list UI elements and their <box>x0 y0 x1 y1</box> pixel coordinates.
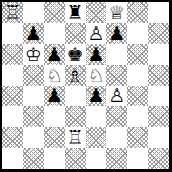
square-f4[interactable]: ♙ <box>106 86 127 107</box>
square-b4[interactable] <box>23 86 44 107</box>
black-rook-d8[interactable]: ♜ <box>65 2 86 23</box>
square-a4[interactable] <box>2 86 23 107</box>
square-g1[interactable] <box>127 148 148 169</box>
square-e3[interactable] <box>86 106 107 127</box>
square-g8[interactable] <box>127 2 148 23</box>
square-f5[interactable] <box>106 65 127 86</box>
square-c3[interactable] <box>44 106 65 127</box>
chess-board: ♖♜♕♟♙♟♔♟♚♟♘♗♘♟♟♙♖ <box>2 2 169 169</box>
chess-diagram: ♖♜♕♟♙♟♔♟♚♟♘♗♘♟♟♙♖ <box>0 0 172 172</box>
square-a7[interactable] <box>2 23 23 44</box>
square-h4[interactable] <box>148 86 169 107</box>
square-a5[interactable] <box>2 65 23 86</box>
square-e6[interactable]: ♟ <box>86 44 107 65</box>
white-knight-e5[interactable]: ♘ <box>86 65 107 86</box>
square-a1[interactable] <box>2 148 23 169</box>
square-g4[interactable] <box>127 86 148 107</box>
square-d6[interactable]: ♚ <box>65 44 86 65</box>
square-b6[interactable]: ♔ <box>23 44 44 65</box>
square-h2[interactable] <box>148 127 169 148</box>
black-pawn-f7[interactable]: ♟ <box>106 23 127 44</box>
white-king-b6[interactable]: ♔ <box>23 44 44 65</box>
black-king-d6[interactable]: ♚ <box>65 44 86 65</box>
square-f2[interactable] <box>106 127 127 148</box>
square-c5[interactable]: ♘ <box>44 65 65 86</box>
square-c1[interactable] <box>44 148 65 169</box>
square-d8[interactable]: ♜ <box>65 2 86 23</box>
square-h1[interactable] <box>148 148 169 169</box>
square-f7[interactable]: ♟ <box>106 23 127 44</box>
square-g7[interactable] <box>127 23 148 44</box>
square-c2[interactable] <box>44 127 65 148</box>
square-b3[interactable] <box>23 106 44 127</box>
square-d3[interactable] <box>65 106 86 127</box>
square-c4[interactable]: ♟ <box>44 86 65 107</box>
square-g5[interactable] <box>127 65 148 86</box>
square-f6[interactable] <box>106 44 127 65</box>
square-c6[interactable]: ♟ <box>44 44 65 65</box>
square-c8[interactable] <box>44 2 65 23</box>
square-g6[interactable] <box>127 44 148 65</box>
black-pawn-b7[interactable]: ♟ <box>23 23 44 44</box>
square-h3[interactable] <box>148 106 169 127</box>
square-e5[interactable]: ♘ <box>86 65 107 86</box>
square-d5[interactable]: ♗ <box>65 65 86 86</box>
white-pawn-f4[interactable]: ♙ <box>106 86 127 107</box>
square-f3[interactable] <box>106 106 127 127</box>
square-a2[interactable] <box>2 127 23 148</box>
white-knight-c5[interactable]: ♘ <box>44 65 65 86</box>
square-a3[interactable] <box>2 106 23 127</box>
black-pawn-e4[interactable]: ♟ <box>86 86 107 107</box>
square-e1[interactable] <box>86 148 107 169</box>
square-h8[interactable] <box>148 2 169 23</box>
square-d2[interactable]: ♖ <box>65 127 86 148</box>
black-pawn-c4[interactable]: ♟ <box>44 86 65 107</box>
white-pawn-e7[interactable]: ♙ <box>86 23 107 44</box>
square-e7[interactable]: ♙ <box>86 23 107 44</box>
square-f1[interactable] <box>106 148 127 169</box>
square-g3[interactable] <box>127 106 148 127</box>
square-b1[interactable] <box>23 148 44 169</box>
square-a6[interactable] <box>2 44 23 65</box>
black-pawn-c6[interactable]: ♟ <box>44 44 65 65</box>
square-a8[interactable]: ♖ <box>2 2 23 23</box>
square-b7[interactable]: ♟ <box>23 23 44 44</box>
square-h5[interactable] <box>148 65 169 86</box>
square-e4[interactable]: ♟ <box>86 86 107 107</box>
square-d1[interactable] <box>65 148 86 169</box>
square-c7[interactable] <box>44 23 65 44</box>
square-d7[interactable] <box>65 23 86 44</box>
white-rook-a8[interactable]: ♖ <box>2 2 23 23</box>
white-rook-d2[interactable]: ♖ <box>65 127 86 148</box>
square-b2[interactable] <box>23 127 44 148</box>
square-f8[interactable]: ♕ <box>106 2 127 23</box>
square-g2[interactable] <box>127 127 148 148</box>
black-pawn-e6[interactable]: ♟ <box>86 44 107 65</box>
white-bishop-d5[interactable]: ♗ <box>65 65 86 86</box>
square-b8[interactable] <box>23 2 44 23</box>
square-h7[interactable] <box>148 23 169 44</box>
white-queen-f8[interactable]: ♕ <box>106 2 127 23</box>
square-d4[interactable] <box>65 86 86 107</box>
square-e2[interactable] <box>86 127 107 148</box>
square-e8[interactable] <box>86 2 107 23</box>
square-b5[interactable] <box>23 65 44 86</box>
square-h6[interactable] <box>148 44 169 65</box>
